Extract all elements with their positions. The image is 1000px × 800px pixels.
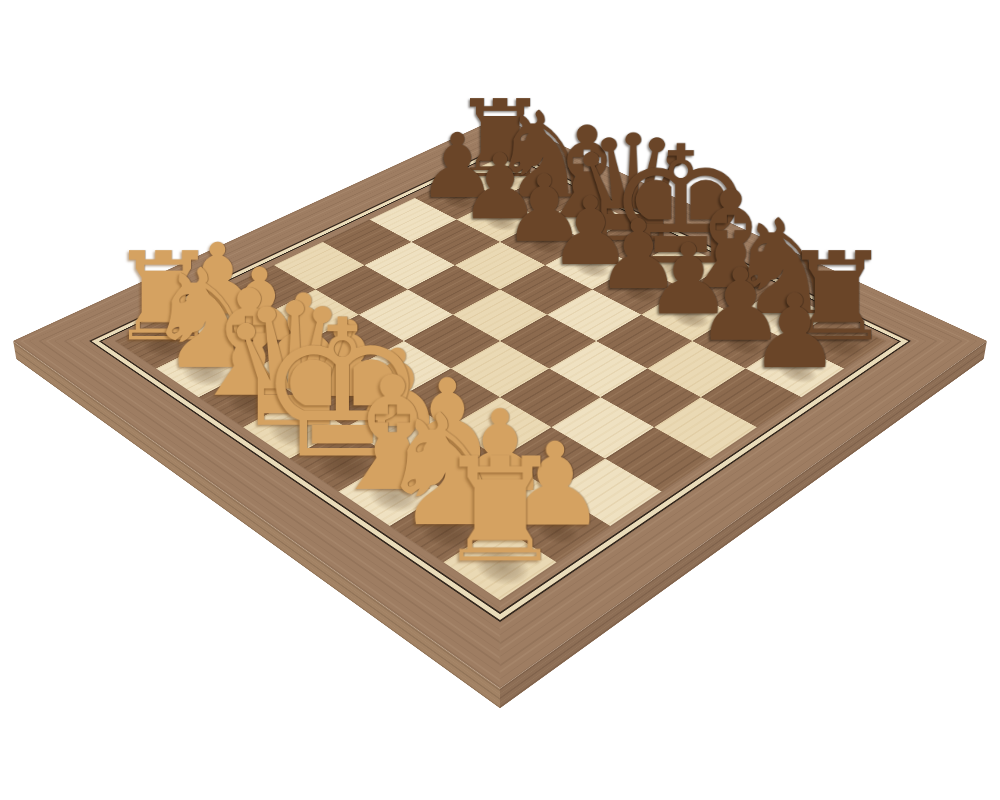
chess-board: ♜♞♝♛♚♝♞♜♟♟♟♟♟♟♟♟♟♟♟♟♟♟♟♟♜♞♝♛♚♝♞♜ [13,117,987,688]
chessboard-scene: ♜♞♝♛♚♝♞♜♟♟♟♟♟♟♟♟♟♟♟♟♟♟♟♟♜♞♝♛♚♝♞♜ [0,0,1000,800]
black-pawn-h7[interactable]: ♟ [749,280,841,382]
product-photo: ♜♞♝♛♚♝♞♜♟♟♟♟♟♟♟♟♟♟♟♟♟♟♟♟♜♞♝♛♚♝♞♜ [0,0,1000,800]
white-rook-h1[interactable]: ♜ [436,438,565,582]
